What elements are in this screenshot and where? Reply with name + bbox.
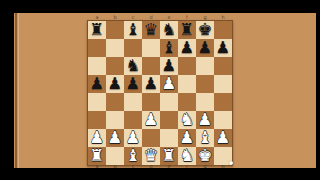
square-h7[interactable]: ♟: [214, 39, 232, 57]
square-e2[interactable]: [160, 129, 178, 147]
white-knight: ♞: [178, 147, 196, 165]
square-h3[interactable]: [214, 111, 232, 129]
file-label: d: [142, 165, 160, 168]
square-c2[interactable]: ♟: [124, 129, 142, 147]
black-pawn: ♟: [214, 39, 232, 57]
white-rook: ♜: [88, 147, 106, 165]
white-pawn: ♟: [124, 129, 142, 147]
black-pawn: ♟: [88, 75, 106, 93]
black-pawn: ♟: [178, 39, 196, 57]
black-pawn: ♟: [124, 75, 142, 93]
square-f6[interactable]: [178, 57, 196, 75]
square-f3[interactable]: ♞: [178, 111, 196, 129]
square-f2[interactable]: ♟: [178, 129, 196, 147]
square-e6[interactable]: ♟: [160, 57, 178, 75]
file-labels-bottom: abcdefgh: [88, 165, 232, 168]
square-e4[interactable]: [160, 93, 178, 111]
black-knight: ♞: [124, 57, 142, 75]
square-b1[interactable]: [106, 147, 124, 165]
black-pawn: ♟: [142, 75, 160, 93]
square-g3[interactable]: ♟: [196, 111, 214, 129]
square-c8[interactable]: ♝: [124, 21, 142, 39]
square-a2[interactable]: ♟: [88, 129, 106, 147]
square-e3[interactable]: [160, 111, 178, 129]
square-c4[interactable]: [124, 93, 142, 111]
black-pawn: ♟: [160, 57, 178, 75]
file-label: e: [160, 165, 178, 168]
white-bishop: ♝: [124, 147, 142, 165]
wood-grain-highlight: [18, 13, 19, 168]
video-frame: abcdefgh ♜♝♛♞♜♚♝♟♟♟♞♟♟♟♟♟♟♟♞♟♟♟♟♟♝♟♜♝♛♜♞…: [0, 0, 320, 180]
black-knight: ♞: [160, 21, 178, 39]
square-g2[interactable]: ♝: [196, 129, 214, 147]
square-c7[interactable]: [124, 39, 142, 57]
square-b4[interactable]: [106, 93, 124, 111]
white-rook: ♜: [160, 147, 178, 165]
square-g6[interactable]: [196, 57, 214, 75]
square-e1[interactable]: ♜: [160, 147, 178, 165]
square-c6[interactable]: ♞: [124, 57, 142, 75]
white-queen: ♛: [142, 147, 160, 165]
white-pawn: ♟: [178, 129, 196, 147]
square-b5[interactable]: ♟: [106, 75, 124, 93]
square-h4[interactable]: [214, 93, 232, 111]
side-to-move-indicator: [229, 161, 233, 165]
white-knight: ♞: [178, 111, 196, 129]
square-a5[interactable]: ♟: [88, 75, 106, 93]
square-e7[interactable]: ♝: [160, 39, 178, 57]
square-b7[interactable]: [106, 39, 124, 57]
file-label: c: [124, 165, 142, 168]
square-g5[interactable]: [196, 75, 214, 93]
square-e5[interactable]: ♟: [160, 75, 178, 93]
square-g7[interactable]: ♟: [196, 39, 214, 57]
square-f5[interactable]: [178, 75, 196, 93]
square-c1[interactable]: ♝: [124, 147, 142, 165]
white-pawn: ♟: [106, 129, 124, 147]
square-d4[interactable]: [142, 93, 160, 111]
black-pawn: ♟: [106, 75, 124, 93]
white-bishop: ♝: [196, 129, 214, 147]
black-pawn: ♟: [196, 39, 214, 57]
square-a4[interactable]: [88, 93, 106, 111]
square-f7[interactable]: ♟: [178, 39, 196, 57]
black-queen: ♛: [142, 21, 160, 39]
square-d3[interactable]: ♟: [142, 111, 160, 129]
square-g8[interactable]: ♚: [196, 21, 214, 39]
file-label: b: [106, 165, 124, 168]
white-king: ♚: [196, 147, 214, 165]
square-b8[interactable]: [106, 21, 124, 39]
black-king: ♚: [196, 21, 214, 39]
square-a8[interactable]: ♜: [88, 21, 106, 39]
square-d8[interactable]: ♛: [142, 21, 160, 39]
white-pawn: ♟: [196, 111, 214, 129]
square-a3[interactable]: [88, 111, 106, 129]
square-d2[interactable]: [142, 129, 160, 147]
black-rook: ♜: [178, 21, 196, 39]
square-e8[interactable]: ♞: [160, 21, 178, 39]
square-b6[interactable]: [106, 57, 124, 75]
white-pawn: ♟: [160, 75, 178, 93]
square-f4[interactable]: [178, 93, 196, 111]
square-d5[interactable]: ♟: [142, 75, 160, 93]
square-b3[interactable]: [106, 111, 124, 129]
square-d1[interactable]: ♛: [142, 147, 160, 165]
square-h5[interactable]: [214, 75, 232, 93]
chess-board[interactable]: ♜♝♛♞♜♚♝♟♟♟♞♟♟♟♟♟♟♟♞♟♟♟♟♟♝♟♜♝♛♜♞♚: [87, 20, 233, 166]
square-g4[interactable]: [196, 93, 214, 111]
square-h8[interactable]: [214, 21, 232, 39]
square-a1[interactable]: ♜: [88, 147, 106, 165]
square-f8[interactable]: ♜: [178, 21, 196, 39]
black-rook: ♜: [88, 21, 106, 39]
black-bishop: ♝: [124, 21, 142, 39]
file-label: h: [214, 165, 232, 168]
square-h2[interactable]: ♟: [214, 129, 232, 147]
square-g1[interactable]: ♚: [196, 147, 214, 165]
square-b2[interactable]: ♟: [106, 129, 124, 147]
square-c5[interactable]: ♟: [124, 75, 142, 93]
white-pawn: ♟: [88, 129, 106, 147]
white-pawn: ♟: [214, 129, 232, 147]
file-label: f: [178, 165, 196, 168]
square-d7[interactable]: [142, 39, 160, 57]
white-pawn: ♟: [142, 111, 160, 129]
square-c3[interactable]: [124, 111, 142, 129]
square-h6[interactable]: [214, 57, 232, 75]
wood-grain-line: [15, 13, 17, 168]
square-d6[interactable]: [142, 57, 160, 75]
square-f1[interactable]: ♞: [178, 147, 196, 165]
file-label: g: [196, 165, 214, 168]
square-a6[interactable]: [88, 57, 106, 75]
file-label: a: [88, 165, 106, 168]
black-bishop: ♝: [160, 39, 178, 57]
square-a7[interactable]: [88, 39, 106, 57]
